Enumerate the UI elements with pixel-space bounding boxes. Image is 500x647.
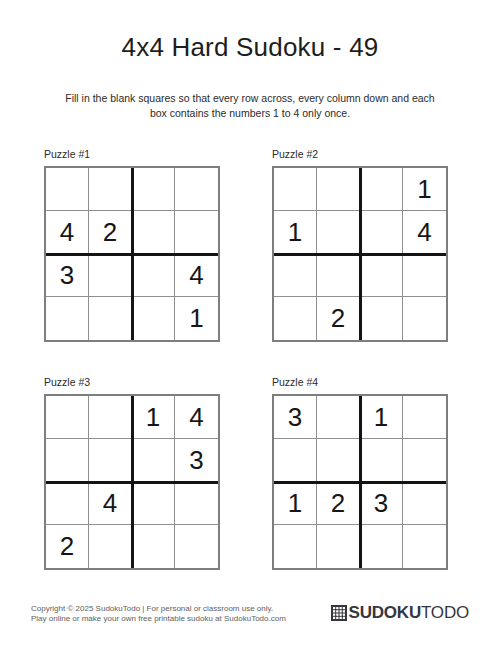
puzzle-2-cell-r3c1 — [274, 254, 317, 297]
tagline-line: Play online or make your own free printa… — [31, 614, 286, 624]
puzzle-4-cell-r3c3: 3 — [360, 482, 403, 525]
puzzle-1-cell-r1c4 — [175, 168, 218, 211]
puzzle-3-cell-r4c2 — [89, 525, 132, 568]
puzzle-3-cell-r3c3 — [132, 482, 175, 525]
puzzle-3-cell-r3c1 — [46, 482, 89, 525]
puzzle-4-cell-r1c1: 3 — [274, 396, 317, 439]
box-divider-horizontal — [46, 481, 218, 484]
puzzle-3-cell-r2c2 — [89, 439, 132, 482]
puzzle-3-grid: 14342 — [44, 394, 220, 570]
puzzle-3-cell-r2c1 — [46, 439, 89, 482]
box-divider-horizontal — [274, 253, 446, 256]
puzzle-2-cell-r4c1 — [274, 297, 317, 340]
puzzle-1-label: Puzzle #1 — [44, 147, 220, 161]
puzzle-3-cell-r1c1 — [46, 396, 89, 439]
puzzle-2-cell-r4c2: 2 — [317, 297, 360, 340]
puzzle-4-cell-r4c2 — [317, 525, 360, 568]
puzzle-3-cell-r3c2: 4 — [89, 482, 132, 525]
puzzle-2-cell-r3c4 — [403, 254, 446, 297]
puzzle-1-cell-r2c2: 2 — [89, 211, 132, 254]
puzzle-3-cell-r4c4 — [175, 525, 218, 568]
puzzle-2-cell-r3c3 — [360, 254, 403, 297]
puzzle-2-cell-r1c4: 1 — [403, 168, 446, 211]
page-title: 4x4 Hard Sudoku - 49 — [0, 32, 500, 63]
puzzle-1-cell-r1c1 — [46, 168, 89, 211]
puzzle-4-cell-r1c2 — [317, 396, 360, 439]
puzzle-2-grid: 1142 — [272, 166, 448, 342]
instructions: Fill in the blank squares so that every … — [64, 91, 436, 121]
puzzle-3-cell-r2c4: 3 — [175, 439, 218, 482]
printable-sudoku-page: { "game": "sudoku-4x4", "page": { "title… — [0, 0, 500, 647]
puzzle-4-cell-r4c3 — [360, 525, 403, 568]
puzzle-4-cell-r3c1: 1 — [274, 482, 317, 525]
puzzle-4-grid: 31123 — [272, 394, 448, 570]
puzzle-1-cell-r4c2 — [89, 297, 132, 340]
puzzle-4: Puzzle #4 31123 — [272, 375, 448, 570]
puzzle-4-cell-r3c2: 2 — [317, 482, 360, 525]
puzzle-3-label: Puzzle #3 — [44, 375, 220, 389]
puzzle-4-cell-r1c3: 1 — [360, 396, 403, 439]
puzzle-4-cell-r2c2 — [317, 439, 360, 482]
copyright-line: Copyright © 2025 SudokuTodo | For person… — [31, 604, 286, 614]
puzzle-1-cell-r4c4: 1 — [175, 297, 218, 340]
puzzle-4-cell-r3c4 — [403, 482, 446, 525]
puzzle-1-cell-r1c2 — [89, 168, 132, 211]
puzzle-1-cell-r3c3 — [132, 254, 175, 297]
footer-text: Copyright © 2025 SudokuTodo | For person… — [31, 604, 286, 623]
puzzle-2-cell-r4c4 — [403, 297, 446, 340]
puzzle-2-label: Puzzle #2 — [272, 147, 448, 161]
puzzle-2-cell-r1c2 — [317, 168, 360, 211]
puzzle-1-cell-r4c1 — [46, 297, 89, 340]
puzzle-2: Puzzle #2 1142 — [272, 147, 448, 342]
puzzle-1-cell-r3c1: 3 — [46, 254, 89, 297]
puzzle-1-cell-r2c4 — [175, 211, 218, 254]
puzzle-1-cell-r3c2 — [89, 254, 132, 297]
puzzle-3-cell-r1c3: 1 — [132, 396, 175, 439]
puzzle-1-grid: 42341 — [44, 166, 220, 342]
puzzle-2-cell-r2c2 — [317, 211, 360, 254]
puzzle-1: Puzzle #1 42341 — [44, 147, 220, 342]
puzzle-4-cell-r2c1 — [274, 439, 317, 482]
puzzle-4-label: Puzzle #4 — [272, 375, 448, 389]
puzzle-1-cell-r2c3 — [132, 211, 175, 254]
puzzle-2-cell-r1c3 — [360, 168, 403, 211]
puzzle-2-cell-r4c3 — [360, 297, 403, 340]
puzzle-3-cell-r4c3 — [132, 525, 175, 568]
puzzle-2-cell-r2c4: 4 — [403, 211, 446, 254]
puzzle-4-cell-r2c3 — [360, 439, 403, 482]
puzzle-4-cell-r1c4 — [403, 396, 446, 439]
puzzle-2-cell-r2c3 — [360, 211, 403, 254]
puzzle-3-cell-r4c1: 2 — [46, 525, 89, 568]
puzzle-1-cell-r4c3 — [132, 297, 175, 340]
logo-text-todo: TODO — [421, 603, 469, 622]
puzzle-4-cell-r4c4 — [403, 525, 446, 568]
puzzle-1-cell-r3c4: 4 — [175, 254, 218, 297]
logo-text-sudoku: SUDOKU — [349, 603, 421, 622]
puzzle-1-cell-r1c3 — [132, 168, 175, 211]
puzzle-4-cell-r2c4 — [403, 439, 446, 482]
puzzle-2-cell-r2c1: 1 — [274, 211, 317, 254]
puzzle-3: Puzzle #3 14342 — [44, 375, 220, 570]
puzzle-4-cell-r4c1 — [274, 525, 317, 568]
puzzle-3-cell-r2c3 — [132, 439, 175, 482]
box-divider-horizontal — [274, 481, 446, 484]
sudoku-grid-icon — [331, 605, 347, 621]
puzzle-2-cell-r1c1 — [274, 168, 317, 211]
puzzle-3-cell-r1c2 — [89, 396, 132, 439]
puzzle-3-cell-r1c4: 4 — [175, 396, 218, 439]
puzzle-3-cell-r3c4 — [175, 482, 218, 525]
sudokutodo-logo: SUDOKUTODO — [331, 603, 470, 623]
puzzle-1-cell-r2c1: 4 — [46, 211, 89, 254]
puzzle-2-cell-r3c2 — [317, 254, 360, 297]
box-divider-horizontal — [46, 253, 218, 256]
